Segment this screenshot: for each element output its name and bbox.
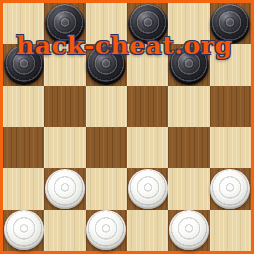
screenshot-frame: hack-cheat.org [0, 0, 254, 254]
white-piece[interactable] [45, 169, 85, 209]
white-piece[interactable] [169, 210, 209, 250]
white-piece[interactable] [86, 210, 126, 250]
square[interactable] [86, 44, 127, 85]
black-piece[interactable] [4, 45, 44, 85]
square[interactable] [3, 3, 44, 44]
square[interactable] [44, 127, 85, 168]
square[interactable] [168, 168, 209, 209]
square[interactable] [3, 168, 44, 209]
square[interactable] [127, 127, 168, 168]
square[interactable] [86, 168, 127, 209]
square[interactable] [168, 3, 209, 44]
white-piece[interactable] [210, 169, 250, 209]
white-piece[interactable] [128, 169, 168, 209]
square[interactable] [127, 210, 168, 251]
square[interactable] [44, 86, 85, 127]
checkers-board [3, 3, 251, 251]
square[interactable] [44, 44, 85, 85]
square[interactable] [86, 210, 127, 251]
square[interactable] [210, 44, 251, 85]
square[interactable] [86, 3, 127, 44]
square[interactable] [168, 210, 209, 251]
square[interactable] [210, 3, 251, 44]
black-piece[interactable] [86, 45, 126, 85]
square[interactable] [44, 3, 85, 44]
square[interactable] [3, 127, 44, 168]
square[interactable] [168, 127, 209, 168]
black-piece[interactable] [169, 45, 209, 85]
square[interactable] [168, 44, 209, 85]
square[interactable] [210, 210, 251, 251]
black-piece[interactable] [210, 4, 250, 44]
black-piece[interactable] [45, 4, 85, 44]
square[interactable] [3, 86, 44, 127]
white-piece[interactable] [4, 210, 44, 250]
square[interactable] [3, 210, 44, 251]
square[interactable] [44, 210, 85, 251]
square[interactable] [127, 86, 168, 127]
square[interactable] [127, 168, 168, 209]
square[interactable] [210, 168, 251, 209]
square[interactable] [210, 86, 251, 127]
square[interactable] [168, 86, 209, 127]
square[interactable] [44, 168, 85, 209]
square[interactable] [3, 44, 44, 85]
square[interactable] [127, 3, 168, 44]
black-piece[interactable] [128, 4, 168, 44]
square[interactable] [86, 127, 127, 168]
square[interactable] [210, 127, 251, 168]
square[interactable] [127, 44, 168, 85]
square[interactable] [86, 86, 127, 127]
